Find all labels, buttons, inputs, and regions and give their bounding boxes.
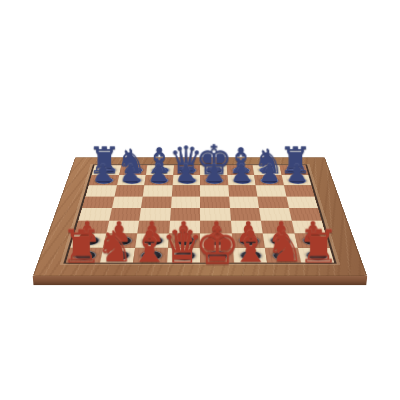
square-a5[interactable] bbox=[82, 196, 114, 208]
square-h5[interactable] bbox=[286, 196, 318, 208]
square-h1[interactable]: ♜ bbox=[297, 248, 334, 263]
square-c7[interactable]: ♟ bbox=[144, 175, 173, 185]
board-squares: ♜♞♝♛♚♝♞♜♟♟♟♟♟♟♟♟♟♟♟♟♟♟♟♟♜♞♝♛♚♝♞♜ bbox=[66, 165, 334, 262]
piece-base bbox=[179, 167, 196, 173]
piece-base bbox=[95, 177, 114, 184]
piece-base bbox=[125, 167, 143, 173]
piece-navy-p-a7[interactable]: ♟ bbox=[81, 159, 124, 184]
square-a8[interactable]: ♜ bbox=[92, 165, 121, 175]
piece-base bbox=[150, 177, 168, 184]
square-e6[interactable] bbox=[200, 185, 229, 196]
square-g8[interactable]: ♞ bbox=[253, 165, 282, 175]
piece-base bbox=[178, 177, 196, 184]
piece-navy-n-g8[interactable]: ♞ bbox=[247, 142, 290, 179]
square-b5[interactable] bbox=[112, 196, 143, 208]
piece-base bbox=[232, 167, 250, 173]
piece-base bbox=[98, 167, 117, 173]
piece-base bbox=[259, 167, 277, 173]
square-f6[interactable] bbox=[228, 185, 257, 196]
square-c5[interactable] bbox=[141, 196, 171, 208]
piece-navy-p-d7[interactable]: ♟ bbox=[164, 159, 207, 184]
piece-navy-p-h7[interactable]: ♟ bbox=[276, 159, 319, 184]
piece-navy-b-f8[interactable]: ♝ bbox=[220, 141, 263, 179]
piece-pirates-r-h1[interactable]: ♜ bbox=[292, 221, 345, 268]
piece-navy-p-b7[interactable]: ♟ bbox=[109, 159, 152, 184]
playing-area: ♜♞♝♛♚♝♞♜♟♟♟♟♟♟♟♟♟♟♟♟♟♟♟♟♜♞♝♛♚♝♞♜ bbox=[63, 164, 336, 263]
square-d7[interactable]: ♟ bbox=[172, 175, 200, 185]
piece-navy-p-e7[interactable]: ♟ bbox=[192, 159, 235, 184]
piece-navy-r-a8[interactable]: ♜ bbox=[83, 141, 126, 179]
piece-navy-b-c8[interactable]: ♝ bbox=[138, 141, 181, 179]
square-h6[interactable] bbox=[283, 185, 314, 196]
piece-navy-q-d8[interactable]: ♛ bbox=[165, 139, 208, 180]
square-d5[interactable] bbox=[171, 196, 201, 208]
chess-board: ♜♞♝♛♚♝♞♜♟♟♟♟♟♟♟♟♟♟♟♟♟♟♟♟♜♞♝♛♚♝♞♜ bbox=[33, 157, 368, 276]
square-g7[interactable]: ♟ bbox=[254, 175, 283, 185]
piece-base bbox=[287, 177, 306, 184]
square-h8[interactable]: ♜ bbox=[279, 165, 308, 175]
piece-navy-r-h8[interactable]: ♜ bbox=[274, 141, 317, 179]
piece-base bbox=[123, 177, 142, 184]
piece-base bbox=[206, 177, 224, 184]
board-front-edge bbox=[33, 276, 368, 285]
piece-pirates-k-e1[interactable]: ♚ bbox=[190, 218, 243, 271]
square-g6[interactable] bbox=[256, 185, 286, 196]
piece-navy-n-b8[interactable]: ♞ bbox=[110, 142, 153, 179]
square-d6[interactable] bbox=[171, 185, 200, 196]
square-g5[interactable] bbox=[257, 196, 288, 208]
piece-navy-p-f7[interactable]: ♟ bbox=[220, 159, 263, 184]
square-b6[interactable] bbox=[114, 185, 144, 196]
piece-base bbox=[152, 167, 170, 173]
square-e7[interactable]: ♟ bbox=[200, 175, 228, 185]
square-e5[interactable] bbox=[200, 196, 230, 208]
square-d8[interactable]: ♛ bbox=[173, 165, 200, 175]
piece-pirates-r-a1[interactable]: ♜ bbox=[55, 221, 108, 268]
square-f5[interactable] bbox=[229, 196, 259, 208]
square-a7[interactable]: ♟ bbox=[89, 175, 119, 185]
piece-base bbox=[233, 177, 251, 184]
square-f7[interactable]: ♟ bbox=[227, 175, 256, 185]
square-f8[interactable]: ♝ bbox=[226, 165, 254, 175]
square-a6[interactable] bbox=[85, 185, 116, 196]
square-e1[interactable]: ♚ bbox=[200, 248, 234, 263]
piece-base bbox=[206, 167, 223, 173]
square-b8[interactable]: ♞ bbox=[119, 165, 148, 175]
square-e8[interactable]: ♚ bbox=[200, 165, 227, 175]
piece-navy-p-c7[interactable]: ♟ bbox=[137, 159, 180, 184]
piece-base bbox=[260, 177, 279, 184]
product-photo: ♜♞♝♛♚♝♞♜♟♟♟♟♟♟♟♟♟♟♟♟♟♟♟♟♜♞♝♛♚♝♞♜ bbox=[0, 0, 400, 400]
scene: ♜♞♝♛♚♝♞♜♟♟♟♟♟♟♟♟♟♟♟♟♟♟♟♟♜♞♝♛♚♝♞♜ bbox=[0, 0, 400, 400]
piece-navy-k-e8[interactable]: ♚ bbox=[192, 138, 235, 181]
square-h7[interactable]: ♟ bbox=[281, 175, 311, 185]
square-c6[interactable] bbox=[143, 185, 172, 196]
square-a1[interactable]: ♜ bbox=[66, 248, 103, 263]
square-c8[interactable]: ♝ bbox=[146, 165, 174, 175]
piece-navy-p-g7[interactable]: ♟ bbox=[248, 159, 291, 184]
piece-base bbox=[285, 167, 304, 173]
square-b7[interactable]: ♟ bbox=[117, 175, 146, 185]
